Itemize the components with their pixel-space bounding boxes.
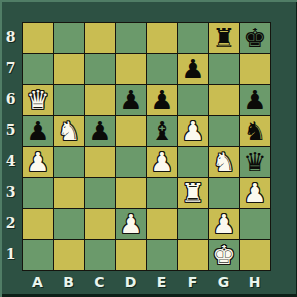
square-d4[interactable]	[116, 147, 146, 177]
square-e5[interactable]: ♝	[147, 116, 177, 146]
piece-white-knight[interactable]: ♞	[57, 116, 80, 146]
square-e3[interactable]	[147, 178, 177, 208]
piece-white-pawn[interactable]: ♟	[150, 147, 173, 177]
square-g6[interactable]	[209, 85, 239, 115]
piece-white-pawn[interactable]: ♟	[181, 116, 204, 146]
square-f3[interactable]: ♜	[178, 178, 208, 208]
piece-black-pawn[interactable]: ♟	[26, 116, 49, 146]
square-b2[interactable]	[54, 209, 84, 239]
file-label-d: D	[115, 271, 146, 293]
piece-black-knight[interactable]: ♞	[243, 116, 266, 146]
square-b7[interactable]	[54, 54, 84, 84]
chess-board: ♜♚♟♛♟♟♟♟♞♟♝♟♞♟♟♞♛♜♟♟♟♚	[22, 22, 271, 271]
square-b6[interactable]	[54, 85, 84, 115]
rank-label-2: 2	[0, 208, 21, 239]
rank-label-1: 1	[0, 239, 21, 270]
file-label-b: B	[53, 271, 84, 293]
square-f7[interactable]: ♟	[178, 54, 208, 84]
file-label-h: H	[239, 271, 270, 293]
square-e4[interactable]: ♟	[147, 147, 177, 177]
square-c3[interactable]	[85, 178, 115, 208]
square-c1[interactable]	[85, 240, 115, 270]
square-d2[interactable]: ♟	[116, 209, 146, 239]
square-f2[interactable]	[178, 209, 208, 239]
piece-black-bishop[interactable]: ♝	[150, 116, 173, 146]
square-g5[interactable]	[209, 116, 239, 146]
piece-white-pawn[interactable]: ♟	[26, 147, 49, 177]
board-frame: ♜♚♟♛♟♟♟♟♞♟♝♟♞♟♟♞♛♜♟♟♟♚ 87654321 ABCDEFGH	[0, 0, 297, 297]
square-h5[interactable]: ♞	[240, 116, 270, 146]
square-a3[interactable]	[23, 178, 53, 208]
file-label-c: C	[84, 271, 115, 293]
square-g7[interactable]	[209, 54, 239, 84]
square-h7[interactable]	[240, 54, 270, 84]
square-f4[interactable]	[178, 147, 208, 177]
piece-black-queen[interactable]: ♛	[243, 147, 266, 177]
square-e7[interactable]	[147, 54, 177, 84]
square-h3[interactable]: ♟	[240, 178, 270, 208]
piece-black-rook[interactable]: ♜	[212, 23, 235, 53]
piece-white-knight[interactable]: ♞	[212, 147, 235, 177]
square-d7[interactable]	[116, 54, 146, 84]
rank-label-4: 4	[0, 146, 21, 177]
square-a8[interactable]	[23, 23, 53, 53]
square-d1[interactable]	[116, 240, 146, 270]
piece-white-queen[interactable]: ♛	[26, 85, 49, 115]
square-e2[interactable]	[147, 209, 177, 239]
square-g1[interactable]: ♚	[209, 240, 239, 270]
square-e8[interactable]	[147, 23, 177, 53]
piece-white-pawn[interactable]: ♟	[212, 209, 235, 239]
square-e1[interactable]	[147, 240, 177, 270]
square-h1[interactable]	[240, 240, 270, 270]
piece-black-pawn[interactable]: ♟	[150, 85, 173, 115]
square-e6[interactable]: ♟	[147, 85, 177, 115]
square-h4[interactable]: ♛	[240, 147, 270, 177]
piece-white-pawn[interactable]: ♟	[119, 209, 142, 239]
square-g4[interactable]: ♞	[209, 147, 239, 177]
square-c5[interactable]: ♟	[85, 116, 115, 146]
square-b1[interactable]	[54, 240, 84, 270]
piece-black-king[interactable]: ♚	[243, 23, 266, 53]
rank-label-7: 7	[0, 53, 21, 84]
square-h2[interactable]	[240, 209, 270, 239]
square-b5[interactable]: ♞	[54, 116, 84, 146]
piece-white-rook[interactable]: ♜	[181, 178, 204, 208]
square-a5[interactable]: ♟	[23, 116, 53, 146]
square-f1[interactable]	[178, 240, 208, 270]
square-a6[interactable]: ♛	[23, 85, 53, 115]
square-d3[interactable]	[116, 178, 146, 208]
square-a1[interactable]	[23, 240, 53, 270]
square-d8[interactable]	[116, 23, 146, 53]
square-c4[interactable]	[85, 147, 115, 177]
rank-label-8: 8	[0, 22, 21, 53]
piece-black-pawn[interactable]: ♟	[88, 116, 111, 146]
piece-black-pawn[interactable]: ♟	[243, 85, 266, 115]
piece-black-pawn[interactable]: ♟	[119, 85, 142, 115]
square-c8[interactable]	[85, 23, 115, 53]
rank-label-6: 6	[0, 84, 21, 115]
square-d5[interactable]	[116, 116, 146, 146]
rank-label-3: 3	[0, 177, 21, 208]
square-f5[interactable]: ♟	[178, 116, 208, 146]
square-c2[interactable]	[85, 209, 115, 239]
square-c7[interactable]	[85, 54, 115, 84]
square-a2[interactable]	[23, 209, 53, 239]
square-g8[interactable]: ♜	[209, 23, 239, 53]
square-d6[interactable]: ♟	[116, 85, 146, 115]
square-a4[interactable]: ♟	[23, 147, 53, 177]
square-g2[interactable]: ♟	[209, 209, 239, 239]
rank-label-5: 5	[0, 115, 21, 146]
square-a7[interactable]	[23, 54, 53, 84]
square-b8[interactable]	[54, 23, 84, 53]
piece-black-pawn[interactable]: ♟	[181, 54, 204, 84]
square-b3[interactable]	[54, 178, 84, 208]
square-b4[interactable]	[54, 147, 84, 177]
file-label-g: G	[208, 271, 239, 293]
piece-white-pawn[interactable]: ♟	[243, 178, 266, 208]
file-label-a: A	[22, 271, 53, 293]
square-f8[interactable]	[178, 23, 208, 53]
file-label-e: E	[146, 271, 177, 293]
file-label-f: F	[177, 271, 208, 293]
square-g3[interactable]	[209, 178, 239, 208]
piece-white-king[interactable]: ♚	[212, 240, 235, 270]
square-c6[interactable]	[85, 85, 115, 115]
square-h8[interactable]: ♚	[240, 23, 270, 53]
square-f6[interactable]	[178, 85, 208, 115]
square-h6[interactable]: ♟	[240, 85, 270, 115]
